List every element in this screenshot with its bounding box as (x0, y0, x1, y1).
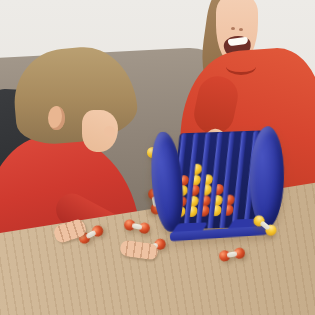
dumbbell-connector (85, 230, 96, 239)
woman-shirt-collar (226, 58, 256, 75)
woman-nostril (239, 28, 243, 31)
stage (0, 0, 315, 315)
child-ear (48, 106, 65, 130)
board-right-panel (249, 126, 285, 229)
woman-nostril (231, 27, 235, 30)
child-nose (104, 126, 115, 137)
